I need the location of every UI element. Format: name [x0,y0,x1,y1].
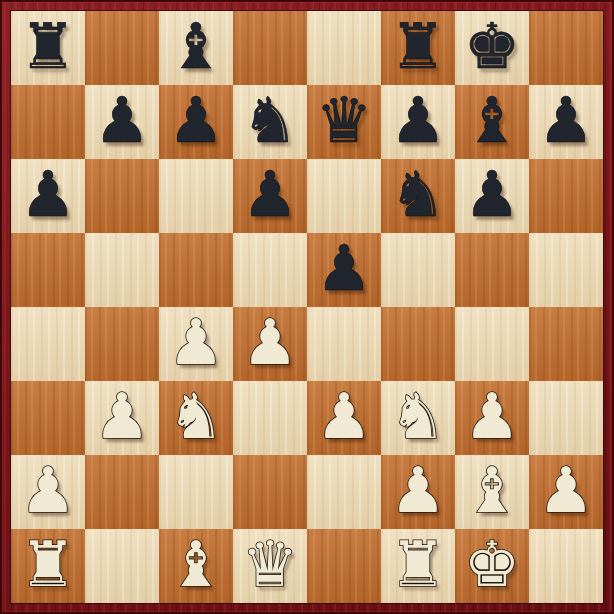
piece-white-pawn[interactable]: ♟ [390,459,446,522]
square-f7[interactable]: ♟ [381,85,455,159]
square-f8[interactable]: ♜ [381,11,455,85]
square-h4[interactable] [529,307,603,381]
piece-white-pawn[interactable]: ♟ [20,459,76,522]
piece-black-pawn[interactable]: ♟ [168,89,224,152]
square-e6[interactable] [307,159,381,233]
square-c7[interactable]: ♟ [159,85,233,159]
chess-board: ♜♝♜♚♟♟♞♛♟♝♟♟♟♞♟♟♟♟♟♞♟♞♟♟♟♝♟♜♝♛♜♚ [11,11,603,603]
piece-black-knight[interactable]: ♞ [390,163,446,226]
square-h2[interactable]: ♟ [529,455,603,529]
square-h1[interactable] [529,529,603,603]
square-e4[interactable] [307,307,381,381]
square-b6[interactable] [85,159,159,233]
square-c5[interactable] [159,233,233,307]
piece-white-knight[interactable]: ♞ [390,385,446,448]
square-a8[interactable]: ♜ [11,11,85,85]
square-a5[interactable] [11,233,85,307]
piece-black-pawn[interactable]: ♟ [538,89,594,152]
piece-black-pawn[interactable]: ♟ [316,237,372,300]
square-f6[interactable]: ♞ [381,159,455,233]
square-c6[interactable] [159,159,233,233]
square-g7[interactable]: ♝ [455,85,529,159]
square-f4[interactable] [381,307,455,381]
piece-black-bishop[interactable]: ♝ [464,89,520,152]
square-f2[interactable]: ♟ [381,455,455,529]
square-e1[interactable] [307,529,381,603]
piece-white-knight[interactable]: ♞ [168,385,224,448]
square-e7[interactable]: ♛ [307,85,381,159]
square-g1[interactable]: ♚ [455,529,529,603]
chess-board-frame: ♜♝♜♚♟♟♞♛♟♝♟♟♟♞♟♟♟♟♟♞♟♞♟♟♟♝♟♜♝♛♜♚ [0,0,614,614]
piece-black-pawn[interactable]: ♟ [242,163,298,226]
piece-white-rook[interactable]: ♜ [20,533,76,596]
square-b8[interactable] [85,11,159,85]
piece-black-king[interactable]: ♚ [464,15,520,78]
square-e8[interactable] [307,11,381,85]
piece-black-knight[interactable]: ♞ [242,89,298,152]
square-h6[interactable] [529,159,603,233]
square-a4[interactable] [11,307,85,381]
square-e2[interactable] [307,455,381,529]
square-f1[interactable]: ♜ [381,529,455,603]
piece-white-bishop[interactable]: ♝ [464,459,520,522]
piece-white-pawn[interactable]: ♟ [316,385,372,448]
square-a2[interactable]: ♟ [11,455,85,529]
piece-white-pawn[interactable]: ♟ [168,311,224,374]
square-e5[interactable]: ♟ [307,233,381,307]
square-d7[interactable]: ♞ [233,85,307,159]
piece-black-rook[interactable]: ♜ [20,15,76,78]
square-b2[interactable] [85,455,159,529]
square-h8[interactable] [529,11,603,85]
piece-black-rook[interactable]: ♜ [390,15,446,78]
square-g4[interactable] [455,307,529,381]
square-d5[interactable] [233,233,307,307]
square-d2[interactable] [233,455,307,529]
square-a6[interactable]: ♟ [11,159,85,233]
piece-black-pawn[interactable]: ♟ [20,163,76,226]
square-h3[interactable] [529,381,603,455]
square-a7[interactable] [11,85,85,159]
square-b1[interactable] [85,529,159,603]
square-b3[interactable]: ♟ [85,381,159,455]
square-g6[interactable]: ♟ [455,159,529,233]
square-d6[interactable]: ♟ [233,159,307,233]
square-c2[interactable] [159,455,233,529]
square-c4[interactable]: ♟ [159,307,233,381]
piece-white-pawn[interactable]: ♟ [94,385,150,448]
square-c8[interactable]: ♝ [159,11,233,85]
square-g5[interactable] [455,233,529,307]
piece-white-pawn[interactable]: ♟ [538,459,594,522]
square-f5[interactable] [381,233,455,307]
square-g3[interactable]: ♟ [455,381,529,455]
square-a3[interactable] [11,381,85,455]
piece-white-king[interactable]: ♚ [464,533,520,596]
piece-white-rook[interactable]: ♜ [390,533,446,596]
piece-black-pawn[interactable]: ♟ [464,163,520,226]
square-d8[interactable] [233,11,307,85]
square-g8[interactable]: ♚ [455,11,529,85]
square-f3[interactable]: ♞ [381,381,455,455]
piece-black-pawn[interactable]: ♟ [94,89,150,152]
piece-white-pawn[interactable]: ♟ [242,311,298,374]
square-d3[interactable] [233,381,307,455]
square-h7[interactable]: ♟ [529,85,603,159]
piece-white-queen[interactable]: ♛ [242,533,298,596]
square-c1[interactable]: ♝ [159,529,233,603]
square-e3[interactable]: ♟ [307,381,381,455]
piece-white-bishop[interactable]: ♝ [168,533,224,596]
piece-white-pawn[interactable]: ♟ [464,385,520,448]
square-h5[interactable] [529,233,603,307]
square-g2[interactable]: ♝ [455,455,529,529]
square-b5[interactable] [85,233,159,307]
piece-black-bishop[interactable]: ♝ [168,15,224,78]
piece-black-pawn[interactable]: ♟ [390,89,446,152]
square-b7[interactable]: ♟ [85,85,159,159]
square-d4[interactable]: ♟ [233,307,307,381]
square-a1[interactable]: ♜ [11,529,85,603]
square-c3[interactable]: ♞ [159,381,233,455]
piece-black-queen[interactable]: ♛ [316,89,372,152]
square-d1[interactable]: ♛ [233,529,307,603]
square-b4[interactable] [85,307,159,381]
